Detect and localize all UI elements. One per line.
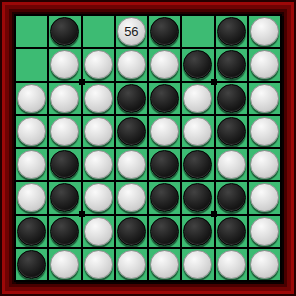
cell-f7[interactable] [182, 216, 213, 247]
disc-black [50, 17, 79, 46]
disc-white [50, 84, 79, 113]
cell-e7[interactable] [149, 216, 180, 247]
disc-black [150, 183, 179, 212]
disc-white [50, 250, 79, 279]
cell-h2[interactable] [249, 49, 280, 80]
cell-c5[interactable] [83, 149, 114, 180]
disc-white [250, 183, 279, 212]
cell-a5[interactable] [16, 149, 47, 180]
disc-white [250, 117, 279, 146]
cell-h6[interactable] [249, 182, 280, 213]
disc-white [50, 50, 79, 79]
disc-black [150, 217, 179, 246]
disc-white [17, 117, 46, 146]
move-number-label: 56 [124, 25, 138, 38]
cell-d3[interactable] [116, 83, 147, 114]
cell-b2[interactable] [49, 49, 80, 80]
cell-a3[interactable] [16, 83, 47, 114]
cell-f5[interactable] [182, 149, 213, 180]
cell-b7[interactable] [49, 216, 80, 247]
cell-c6[interactable] [83, 182, 114, 213]
cell-h4[interactable] [249, 116, 280, 147]
star-point-icon [79, 79, 85, 85]
othello-board: 56 [14, 14, 282, 282]
cell-f6[interactable] [182, 182, 213, 213]
cell-e2[interactable] [149, 49, 180, 80]
disc-black [183, 217, 212, 246]
cell-a2[interactable] [16, 49, 47, 80]
cell-h1[interactable] [249, 16, 280, 47]
disc-black [217, 117, 246, 146]
cell-b1[interactable] [49, 16, 80, 47]
disc-black [183, 150, 212, 179]
board-frame: 56 [0, 0, 296, 296]
cell-b4[interactable] [49, 116, 80, 147]
cell-e8[interactable] [149, 249, 180, 280]
disc-black [117, 84, 146, 113]
cell-d4[interactable] [116, 116, 147, 147]
cell-e3[interactable] [149, 83, 180, 114]
cell-c4[interactable] [83, 116, 114, 147]
disc-black [150, 17, 179, 46]
disc-black [50, 150, 79, 179]
disc-white [84, 250, 113, 279]
disc-black [217, 183, 246, 212]
disc-white [217, 250, 246, 279]
cell-d6[interactable] [116, 182, 147, 213]
cell-g2[interactable] [216, 49, 247, 80]
star-point-icon [79, 211, 85, 217]
disc-white [117, 250, 146, 279]
disc-black [183, 50, 212, 79]
disc-white [17, 183, 46, 212]
disc-black [217, 84, 246, 113]
cell-d7[interactable] [116, 216, 147, 247]
disc-black [117, 117, 146, 146]
disc-white [150, 117, 179, 146]
disc-white [117, 150, 146, 179]
disc-black [183, 183, 212, 212]
disc-white [250, 250, 279, 279]
disc-white [183, 117, 212, 146]
cell-g7[interactable] [216, 216, 247, 247]
cell-e6[interactable] [149, 182, 180, 213]
disc-black [17, 217, 46, 246]
disc-white [183, 250, 212, 279]
disc-white [84, 117, 113, 146]
disc-white [217, 150, 246, 179]
disc-black [217, 17, 246, 46]
disc-black [217, 217, 246, 246]
cell-f4[interactable] [182, 116, 213, 147]
cell-a7[interactable] [16, 216, 47, 247]
cell-b8[interactable] [49, 249, 80, 280]
cell-f1[interactable] [182, 16, 213, 47]
cell-e1[interactable] [149, 16, 180, 47]
cell-g1[interactable] [216, 16, 247, 47]
cell-b3[interactable] [49, 83, 80, 114]
disc-white [250, 84, 279, 113]
cell-c8[interactable] [83, 249, 114, 280]
cell-f3[interactable] [182, 83, 213, 114]
cell-a1[interactable] [16, 16, 47, 47]
disc-black [17, 250, 46, 279]
cell-g6[interactable] [216, 182, 247, 213]
cell-h8[interactable] [249, 249, 280, 280]
disc-white: 56 [117, 17, 146, 46]
disc-white [17, 84, 46, 113]
cell-f8[interactable] [182, 249, 213, 280]
cell-a4[interactable] [16, 116, 47, 147]
cell-b5[interactable] [49, 149, 80, 180]
cell-g3[interactable] [216, 83, 247, 114]
star-point-icon [211, 79, 217, 85]
disc-white [250, 50, 279, 79]
cell-e5[interactable] [149, 149, 180, 180]
cell-d1[interactable]: 56 [116, 16, 147, 47]
star-point-icon [211, 211, 217, 217]
disc-white [183, 84, 212, 113]
board-grid: 56 [16, 16, 280, 280]
cell-c2[interactable] [83, 49, 114, 80]
cell-h3[interactable] [249, 83, 280, 114]
disc-black [50, 183, 79, 212]
disc-black [150, 84, 179, 113]
cell-c1[interactable] [83, 16, 114, 47]
disc-white [84, 217, 113, 246]
cell-a6[interactable] [16, 182, 47, 213]
cell-c7[interactable] [83, 216, 114, 247]
disc-white [84, 150, 113, 179]
cell-g4[interactable] [216, 116, 247, 147]
cell-b6[interactable] [49, 182, 80, 213]
disc-black [217, 50, 246, 79]
disc-white [150, 250, 179, 279]
disc-white [17, 150, 46, 179]
disc-white [84, 50, 113, 79]
disc-white [117, 183, 146, 212]
disc-white [84, 84, 113, 113]
cell-e4[interactable] [149, 116, 180, 147]
disc-white [150, 50, 179, 79]
disc-white [50, 117, 79, 146]
disc-white [250, 150, 279, 179]
cell-d8[interactable] [116, 249, 147, 280]
disc-black [50, 217, 79, 246]
cell-f2[interactable] [182, 49, 213, 80]
cell-g8[interactable] [216, 249, 247, 280]
disc-white [250, 217, 279, 246]
disc-white [84, 183, 113, 212]
cell-h5[interactable] [249, 149, 280, 180]
disc-white [250, 17, 279, 46]
cell-g5[interactable] [216, 149, 247, 180]
cell-c3[interactable] [83, 83, 114, 114]
cell-d5[interactable] [116, 149, 147, 180]
disc-white [117, 50, 146, 79]
disc-black [117, 217, 146, 246]
cell-d2[interactable] [116, 49, 147, 80]
disc-black [150, 150, 179, 179]
cell-h7[interactable] [249, 216, 280, 247]
cell-a8[interactable] [16, 249, 47, 280]
